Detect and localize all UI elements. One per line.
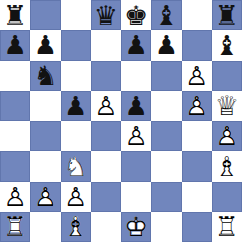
- piece-black-pawn[interactable]: ♟: [151, 30, 181, 60]
- piece-white-king[interactable]: ♚♔: [121, 212, 151, 242]
- black-bishop-icon: ♝: [151, 0, 181, 30]
- black-queen-icon: ♛: [91, 0, 121, 30]
- white-bishop-outline-icon: ♗: [212, 151, 242, 181]
- square-f5[interactable]: [151, 91, 181, 121]
- square-d4[interactable]: [91, 121, 121, 151]
- piece-white-pawn[interactable]: ♟♙: [30, 182, 60, 212]
- chess-board: ♜♛♚♝♜♟♟♟♟♝♞♟♙♟♟♙♟♟♙♛♕♟♙♟♙♞♘♝♗♟♙♟♙♟♙♜♖♝♗♚…: [0, 0, 242, 242]
- piece-white-bishop[interactable]: ♝♗: [61, 212, 91, 242]
- black-pawn-icon: ♟: [61, 91, 91, 121]
- square-g2[interactable]: [182, 182, 212, 212]
- square-d3[interactable]: [91, 151, 121, 181]
- black-rook-icon: ♜: [0, 0, 30, 30]
- square-g5[interactable]: ♟♙: [182, 91, 212, 121]
- white-pawn-outline-icon: ♙: [121, 121, 151, 151]
- black-bishop-icon: ♝: [212, 30, 242, 60]
- square-d6[interactable]: [91, 61, 121, 91]
- square-b7[interactable]: ♟: [30, 30, 60, 60]
- white-pawn-outline-icon: ♙: [30, 182, 60, 212]
- black-king-icon: ♚: [121, 0, 151, 30]
- piece-black-pawn[interactable]: ♟: [121, 91, 151, 121]
- square-g8[interactable]: [182, 0, 212, 30]
- square-d7[interactable]: [91, 30, 121, 60]
- square-h5[interactable]: ♛♕: [212, 91, 242, 121]
- square-e1[interactable]: ♚♔: [121, 212, 151, 242]
- square-c7[interactable]: [61, 30, 91, 60]
- black-pawn-icon: ♟: [30, 30, 60, 60]
- white-pawn-outline-icon: ♙: [91, 91, 121, 121]
- piece-white-rook[interactable]: ♜♖: [0, 212, 30, 242]
- black-rook-icon: ♜: [212, 0, 242, 30]
- piece-white-pawn[interactable]: ♟♙: [212, 121, 242, 151]
- piece-white-pawn[interactable]: ♟♙: [121, 121, 151, 151]
- square-e4[interactable]: ♟♙: [121, 121, 151, 151]
- square-f7[interactable]: ♟: [151, 30, 181, 60]
- square-h3[interactable]: ♝♗: [212, 151, 242, 181]
- white-bishop-outline-icon: ♗: [61, 212, 91, 242]
- piece-black-pawn[interactable]: ♟: [0, 30, 30, 60]
- square-a3[interactable]: [0, 151, 30, 181]
- square-e3[interactable]: [121, 151, 151, 181]
- piece-white-queen[interactable]: ♛♕: [212, 91, 242, 121]
- square-d2[interactable]: [91, 182, 121, 212]
- square-b3[interactable]: [30, 151, 60, 181]
- square-a2[interactable]: ♟♙: [0, 182, 30, 212]
- white-knight-outline-icon: ♘: [61, 151, 91, 181]
- square-c1[interactable]: ♝♗: [61, 212, 91, 242]
- black-pawn-icon: ♟: [0, 30, 30, 60]
- square-e6[interactable]: [121, 61, 151, 91]
- square-e8[interactable]: ♚: [121, 0, 151, 30]
- square-d8[interactable]: ♛: [91, 0, 121, 30]
- square-h6[interactable]: [212, 61, 242, 91]
- square-c5[interactable]: ♟: [61, 91, 91, 121]
- piece-white-pawn[interactable]: ♟♙: [91, 91, 121, 121]
- square-a4[interactable]: [0, 121, 30, 151]
- square-h8[interactable]: ♜: [212, 0, 242, 30]
- piece-black-knight[interactable]: ♞: [30, 61, 60, 91]
- square-f8[interactable]: ♝: [151, 0, 181, 30]
- piece-black-bishop[interactable]: ♝: [151, 0, 181, 30]
- piece-white-rook[interactable]: ♜♖: [212, 212, 242, 242]
- square-h7[interactable]: ♝: [212, 30, 242, 60]
- white-pawn-outline-icon: ♙: [182, 61, 212, 91]
- square-g6[interactable]: ♟♙: [182, 61, 212, 91]
- square-a8[interactable]: ♜: [0, 0, 30, 30]
- piece-black-pawn[interactable]: ♟: [30, 30, 60, 60]
- white-pawn-outline-icon: ♙: [182, 91, 212, 121]
- black-pawn-icon: ♟: [151, 30, 181, 60]
- square-a1[interactable]: ♜♖: [0, 212, 30, 242]
- square-a5[interactable]: [0, 91, 30, 121]
- square-b8[interactable]: [30, 0, 60, 30]
- white-rook-outline-icon: ♖: [212, 212, 242, 242]
- square-d1[interactable]: [91, 212, 121, 242]
- square-a6[interactable]: [0, 61, 30, 91]
- square-c3[interactable]: ♞♘: [61, 151, 91, 181]
- white-king-outline-icon: ♔: [121, 212, 151, 242]
- square-b2[interactable]: ♟♙: [30, 182, 60, 212]
- square-g7[interactable]: [182, 30, 212, 60]
- square-d5[interactable]: ♟♙: [91, 91, 121, 121]
- piece-white-bishop[interactable]: ♝♗: [212, 151, 242, 181]
- square-e2[interactable]: [121, 182, 151, 212]
- square-c2[interactable]: ♟♙: [61, 182, 91, 212]
- piece-black-queen[interactable]: ♛: [91, 0, 121, 30]
- piece-black-rook[interactable]: ♜: [0, 0, 30, 30]
- square-b4[interactable]: [30, 121, 60, 151]
- square-e7[interactable]: ♟: [121, 30, 151, 60]
- white-pawn-outline-icon: ♙: [0, 182, 30, 212]
- square-a7[interactable]: ♟: [0, 30, 30, 60]
- square-c8[interactable]: [61, 0, 91, 30]
- square-f6[interactable]: [151, 61, 181, 91]
- piece-black-pawn[interactable]: ♟: [121, 30, 151, 60]
- piece-white-pawn[interactable]: ♟♙: [182, 91, 212, 121]
- white-pawn-outline-icon: ♙: [212, 121, 242, 151]
- square-f1[interactable]: [151, 212, 181, 242]
- square-h1[interactable]: ♜♖: [212, 212, 242, 242]
- square-h4[interactable]: ♟♙: [212, 121, 242, 151]
- white-pawn-outline-icon: ♙: [61, 182, 91, 212]
- piece-black-king[interactable]: ♚: [121, 0, 151, 30]
- square-c6[interactable]: [61, 61, 91, 91]
- square-h2[interactable]: [212, 182, 242, 212]
- square-b5[interactable]: [30, 91, 60, 121]
- piece-white-knight[interactable]: ♞♘: [61, 151, 91, 181]
- piece-black-pawn[interactable]: ♟: [61, 91, 91, 121]
- piece-black-bishop[interactable]: ♝: [212, 30, 242, 60]
- black-knight-icon: ♞: [30, 61, 60, 91]
- piece-white-pawn[interactable]: ♟♙: [0, 182, 30, 212]
- square-f2[interactable]: [151, 182, 181, 212]
- piece-black-rook[interactable]: ♜: [212, 0, 242, 30]
- square-g3[interactable]: [182, 151, 212, 181]
- piece-white-pawn[interactable]: ♟♙: [61, 182, 91, 212]
- white-rook-outline-icon: ♖: [0, 212, 30, 242]
- black-pawn-icon: ♟: [121, 91, 151, 121]
- square-b1[interactable]: [30, 212, 60, 242]
- square-f4[interactable]: [151, 121, 181, 151]
- white-queen-outline-icon: ♕: [212, 91, 242, 121]
- square-e5[interactable]: ♟: [121, 91, 151, 121]
- square-g1[interactable]: [182, 212, 212, 242]
- square-f3[interactable]: [151, 151, 181, 181]
- black-pawn-icon: ♟: [121, 30, 151, 60]
- square-c4[interactable]: [61, 121, 91, 151]
- square-g4[interactable]: [182, 121, 212, 151]
- square-b6[interactable]: ♞: [30, 61, 60, 91]
- piece-white-pawn[interactable]: ♟♙: [182, 61, 212, 91]
